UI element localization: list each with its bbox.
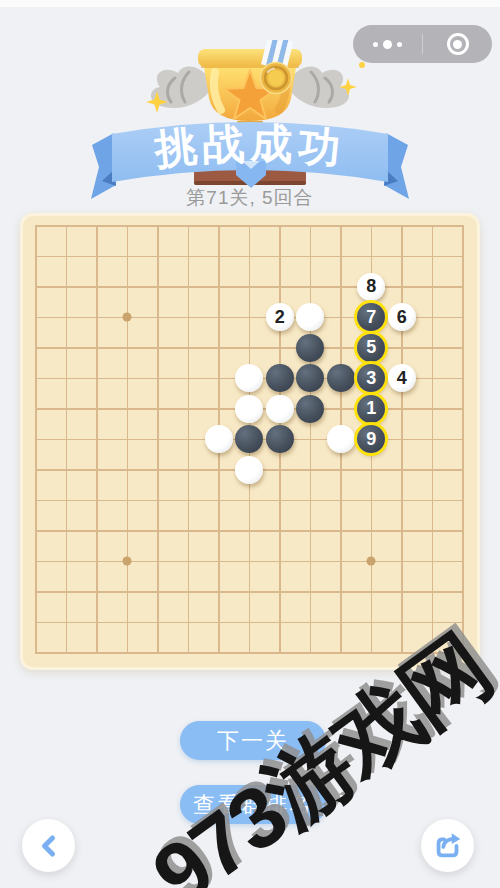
more-dots-icon	[397, 42, 402, 47]
next-level-button[interactable]: 下一关	[180, 721, 326, 760]
gomoku-board[interactable]: 827653419	[20, 213, 480, 670]
star-point	[367, 557, 376, 566]
white-stone-move-2: 2	[266, 303, 294, 331]
white-stone	[266, 395, 294, 423]
black-stone	[296, 334, 324, 362]
black-stone-move-1: 1	[357, 395, 385, 423]
black-stone	[266, 425, 294, 453]
status-bar-strip	[0, 0, 500, 7]
share-button[interactable]	[421, 819, 474, 872]
black-stone	[296, 364, 324, 392]
board-grid: 827653419	[35, 225, 464, 654]
black-stone	[327, 364, 355, 392]
white-stone-move-4: 4	[388, 364, 416, 392]
success-screen: 挑战成功 第71关, 5回合 827653419 下一关 查看群排名 973游戏…	[0, 0, 500, 888]
level-info: 第71关, 5回合	[0, 185, 500, 211]
share-forward-icon	[431, 829, 465, 863]
black-stone-move-5: 5	[357, 334, 385, 362]
black-stone-move-9: 9	[357, 425, 385, 453]
black-stone-move-3: 3	[357, 364, 385, 392]
white-stone	[205, 425, 233, 453]
chevron-left-icon	[37, 834, 61, 858]
white-stone	[235, 456, 263, 484]
white-stone	[235, 364, 263, 392]
group-ranking-button[interactable]: 查看群排名	[180, 785, 326, 824]
white-stone	[296, 303, 324, 331]
back-button[interactable]	[22, 819, 75, 872]
exit-miniprogram-button[interactable]	[423, 25, 492, 63]
star-point	[123, 557, 132, 566]
black-stone	[235, 425, 263, 453]
black-stone-move-7: 7	[357, 303, 385, 331]
home-circle-icon	[447, 33, 469, 55]
star-point	[123, 313, 132, 322]
white-stone-move-8: 8	[357, 273, 385, 301]
white-stone	[327, 425, 355, 453]
white-stone-move-6: 6	[388, 303, 416, 331]
black-stone	[296, 395, 324, 423]
black-stone	[266, 364, 294, 392]
white-stone	[235, 395, 263, 423]
